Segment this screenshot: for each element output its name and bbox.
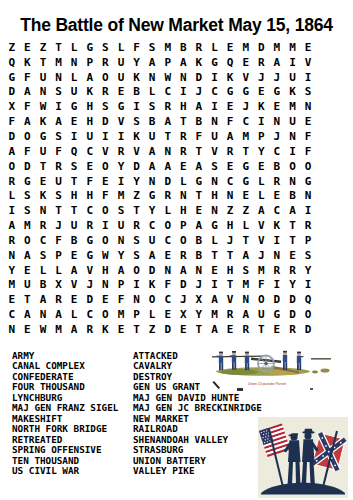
grid-cell-r11c9[interactable]: Z xyxy=(129,188,145,203)
grid-cell-r11c15[interactable]: N xyxy=(222,188,238,203)
grid-cell-r20c17[interactable]: T xyxy=(254,322,270,337)
grid-cell-r11c7[interactable]: F xyxy=(98,188,114,203)
grid-cell-r19c11[interactable]: E xyxy=(160,307,176,322)
grid-cell-r2c1[interactable]: Q xyxy=(4,55,20,70)
grid-cell-r13c19[interactable]: T xyxy=(285,218,301,233)
grid-cell-r14c9[interactable]: S xyxy=(129,233,145,248)
grid-cell-r6c7[interactable]: D xyxy=(98,114,114,129)
grid-cell-r3c16[interactable]: V xyxy=(238,70,254,85)
grid-cell-r11c10[interactable]: G xyxy=(144,188,160,203)
grid-cell-r14c1[interactable]: R xyxy=(4,233,20,248)
grid-cell-r2c5[interactable]: N xyxy=(66,55,82,70)
grid-cell-r7c12[interactable]: R xyxy=(176,129,192,144)
grid-cell-r20c6[interactable]: R xyxy=(82,322,98,337)
grid-cell-r9c3[interactable]: T xyxy=(35,159,51,174)
grid-cell-r2c8[interactable]: U xyxy=(113,55,129,70)
grid-cell-r5c10[interactable]: S xyxy=(144,99,160,114)
grid-cell-r12c19[interactable]: A xyxy=(285,203,301,218)
grid-cell-r10c9[interactable]: Y xyxy=(129,174,145,189)
grid-cell-r19c7[interactable]: O xyxy=(98,307,114,322)
grid-cell-r5c19[interactable]: M xyxy=(285,99,301,114)
grid-cell-r16c15[interactable]: H xyxy=(222,263,238,278)
grid-cell-r2c18[interactable]: A xyxy=(269,55,285,70)
grid-cell-r12c12[interactable]: H xyxy=(176,203,192,218)
grid-cell-r19c17[interactable]: U xyxy=(254,307,270,322)
grid-cell-r6c12[interactable]: T xyxy=(176,114,192,129)
grid-cell-r2c7[interactable]: R xyxy=(98,55,114,70)
grid-cell-r16c9[interactable]: O xyxy=(129,263,145,278)
grid-cell-r4c17[interactable]: E xyxy=(254,85,270,100)
grid-cell-r5c6[interactable]: H xyxy=(82,99,98,114)
grid-cell-r14c8[interactable]: N xyxy=(113,233,129,248)
grid-cell-r20c19[interactable]: R xyxy=(285,322,301,337)
grid-cell-r3c6[interactable]: A xyxy=(82,70,98,85)
grid-cell-r8c8[interactable]: R xyxy=(113,144,129,159)
grid-cell-r7c1[interactable]: D xyxy=(4,129,20,144)
grid-cell-r1c9[interactable]: F xyxy=(129,40,145,55)
grid-cell-r17c12[interactable]: D xyxy=(176,278,192,293)
grid-cell-r19c8[interactable]: M xyxy=(113,307,129,322)
grid-cell-r18c17[interactable]: O xyxy=(254,292,270,307)
grid-cell-r20c14[interactable]: A xyxy=(207,322,223,337)
grid-cell-r5c2[interactable]: F xyxy=(20,99,36,114)
grid-cell-r11c20[interactable]: N xyxy=(300,188,316,203)
grid-cell-r11c6[interactable]: H xyxy=(82,188,98,203)
grid-cell-r11c17[interactable]: L xyxy=(254,188,270,203)
grid-cell-r5c15[interactable]: E xyxy=(222,99,238,114)
grid-cell-r10c17[interactable]: L xyxy=(254,174,270,189)
grid-cell-r4c8[interactable]: E xyxy=(113,85,129,100)
grid-cell-r3c17[interactable]: J xyxy=(254,70,270,85)
grid-cell-r18c19[interactable]: D xyxy=(285,292,301,307)
grid-cell-r11c16[interactable]: E xyxy=(238,188,254,203)
grid-cell-r8c9[interactable]: V xyxy=(129,144,145,159)
grid-cell-r5c8[interactable]: G xyxy=(113,99,129,114)
grid-cell-r3c10[interactable]: N xyxy=(144,70,160,85)
grid-cell-r17c14[interactable]: I xyxy=(207,278,223,293)
grid-cell-r14c3[interactable]: C xyxy=(35,233,51,248)
grid-cell-r4c5[interactable]: U xyxy=(66,85,82,100)
grid-cell-r20c4[interactable]: M xyxy=(51,322,67,337)
grid-cell-r18c2[interactable]: T xyxy=(20,292,36,307)
grid-cell-r16c16[interactable]: S xyxy=(238,263,254,278)
grid-cell-r15c2[interactable]: A xyxy=(20,248,36,263)
grid-cell-r3c18[interactable]: J xyxy=(269,70,285,85)
grid-cell-r3c14[interactable]: I xyxy=(207,70,223,85)
grid-cell-r7c13[interactable]: F xyxy=(191,129,207,144)
grid-cell-r18c14[interactable]: A xyxy=(207,292,223,307)
grid-cell-r8c4[interactable]: F xyxy=(51,144,67,159)
grid-cell-r18c3[interactable]: A xyxy=(35,292,51,307)
grid-cell-r11c11[interactable]: R xyxy=(160,188,176,203)
grid-cell-r12c20[interactable]: I xyxy=(300,203,316,218)
grid-cell-r14c6[interactable]: G xyxy=(82,233,98,248)
grid-cell-r15c6[interactable]: G xyxy=(82,248,98,263)
grid-cell-r19c15[interactable]: R xyxy=(222,307,238,322)
grid-cell-r12c10[interactable]: Y xyxy=(144,203,160,218)
grid-cell-r18c15[interactable]: V xyxy=(222,292,238,307)
grid-cell-r3c19[interactable]: U xyxy=(285,70,301,85)
grid-cell-r14c19[interactable]: T xyxy=(285,233,301,248)
grid-cell-r18c20[interactable]: Q xyxy=(300,292,316,307)
grid-cell-r9c12[interactable]: E xyxy=(176,159,192,174)
grid-cell-r20c12[interactable]: E xyxy=(176,322,192,337)
grid-cell-r3c15[interactable]: K xyxy=(222,70,238,85)
grid-cell-r13c20[interactable]: R xyxy=(300,218,316,233)
grid-cell-r16c10[interactable]: D xyxy=(144,263,160,278)
grid-cell-r15c4[interactable]: P xyxy=(51,248,67,263)
grid-cell-r15c9[interactable]: S xyxy=(129,248,145,263)
grid-cell-r17c8[interactable]: P xyxy=(113,278,129,293)
grid-cell-r8c17[interactable]: Y xyxy=(254,144,270,159)
grid-cell-r2c17[interactable]: R xyxy=(254,55,270,70)
grid-cell-r6c10[interactable]: B xyxy=(144,114,160,129)
grid-cell-r2c13[interactable]: K xyxy=(191,55,207,70)
grid-cell-r17c7[interactable]: N xyxy=(98,278,114,293)
grid-cell-r12c11[interactable]: L xyxy=(160,203,176,218)
grid-cell-r13c8[interactable]: U xyxy=(113,218,129,233)
grid-cell-r15c8[interactable]: Y xyxy=(113,248,129,263)
grid-cell-r13c2[interactable]: M xyxy=(20,218,36,233)
grid-cell-r18c4[interactable]: R xyxy=(51,292,67,307)
grid-cell-r6c8[interactable]: V xyxy=(113,114,129,129)
grid-cell-r13c12[interactable]: P xyxy=(176,218,192,233)
grid-cell-r20c18[interactable]: E xyxy=(269,322,285,337)
grid-cell-r1c13[interactable]: R xyxy=(191,40,207,55)
grid-cell-r6c9[interactable]: S xyxy=(129,114,145,129)
grid-cell-r15c16[interactable]: A xyxy=(238,248,254,263)
grid-cell-r8c16[interactable]: T xyxy=(238,144,254,159)
grid-cell-r7c6[interactable]: U xyxy=(82,129,98,144)
grid-cell-r10c3[interactable]: E xyxy=(35,174,51,189)
grid-cell-r6c16[interactable]: C xyxy=(238,114,254,129)
grid-cell-r9c15[interactable]: E xyxy=(222,159,238,174)
grid-cell-r12c2[interactable]: S xyxy=(20,203,36,218)
grid-cell-r8c6[interactable]: C xyxy=(82,144,98,159)
grid-cell-r1c6[interactable]: G xyxy=(82,40,98,55)
grid-cell-r1c16[interactable]: M xyxy=(238,40,254,55)
grid-cell-r17c19[interactable]: Y xyxy=(285,278,301,293)
grid-cell-r9c16[interactable]: G xyxy=(238,159,254,174)
grid-cell-r14c18[interactable]: I xyxy=(269,233,285,248)
grid-cell-r4c14[interactable]: C xyxy=(207,85,223,100)
grid-cell-r13c16[interactable]: L xyxy=(238,218,254,233)
grid-cell-r2c19[interactable]: I xyxy=(285,55,301,70)
grid-cell-r14c16[interactable]: T xyxy=(238,233,254,248)
grid-cell-r14c13[interactable]: B xyxy=(191,233,207,248)
grid-cell-r8c20[interactable]: F xyxy=(300,144,316,159)
grid-cell-r9c11[interactable]: A xyxy=(160,159,176,174)
grid-cell-r9c17[interactable]: E xyxy=(254,159,270,174)
grid-cell-r1c1[interactable]: Z xyxy=(4,40,20,55)
grid-cell-r2c4[interactable]: M xyxy=(51,55,67,70)
grid-cell-r19c14[interactable]: M xyxy=(207,307,223,322)
grid-cell-r12c13[interactable]: E xyxy=(191,203,207,218)
grid-cell-r17c11[interactable]: F xyxy=(160,278,176,293)
grid-cell-r16c14[interactable]: E xyxy=(207,263,223,278)
grid-cell-r18c1[interactable]: E xyxy=(4,292,20,307)
grid-cell-r1c11[interactable]: M xyxy=(160,40,176,55)
grid-cell-r13c5[interactable]: U xyxy=(66,218,82,233)
grid-cell-r20c20[interactable]: D xyxy=(300,322,316,337)
grid-cell-r6c6[interactable]: H xyxy=(82,114,98,129)
grid-cell-r1c10[interactable]: S xyxy=(144,40,160,55)
grid-cell-r14c15[interactable]: J xyxy=(222,233,238,248)
grid-cell-r2c16[interactable]: E xyxy=(238,55,254,70)
grid-cell-r1c20[interactable]: E xyxy=(300,40,316,55)
grid-cell-r3c3[interactable]: U xyxy=(35,70,51,85)
grid-cell-r12c8[interactable]: S xyxy=(113,203,129,218)
grid-cell-r18c8[interactable]: F xyxy=(113,292,129,307)
grid-cell-r6c5[interactable]: E xyxy=(66,114,82,129)
grid-cell-r9c8[interactable]: Y xyxy=(113,159,129,174)
grid-cell-r12c9[interactable]: T xyxy=(129,203,145,218)
grid-cell-r15c15[interactable]: T xyxy=(222,248,238,263)
grid-cell-r1c14[interactable]: L xyxy=(207,40,223,55)
grid-cell-r11c3[interactable]: K xyxy=(35,188,51,203)
grid-cell-r16c8[interactable]: A xyxy=(113,263,129,278)
grid-cell-r9c5[interactable]: S xyxy=(66,159,82,174)
grid-cell-r15c5[interactable]: E xyxy=(66,248,82,263)
grid-cell-r19c1[interactable]: C xyxy=(4,307,20,322)
grid-cell-r7c15[interactable]: A xyxy=(222,129,238,144)
grid-cell-r3c7[interactable]: O xyxy=(98,70,114,85)
grid-cell-r4c12[interactable]: I xyxy=(176,85,192,100)
grid-cell-r2c2[interactable]: K xyxy=(20,55,36,70)
grid-cell-r14c14[interactable]: L xyxy=(207,233,223,248)
grid-cell-r10c10[interactable]: N xyxy=(144,174,160,189)
grid-cell-r7c7[interactable]: I xyxy=(98,129,114,144)
grid-cell-r10c8[interactable]: I xyxy=(113,174,129,189)
grid-cell-r5c11[interactable]: R xyxy=(160,99,176,114)
grid-cell-r7c10[interactable]: U xyxy=(144,129,160,144)
grid-cell-r5c16[interactable]: J xyxy=(238,99,254,114)
grid-cell-r17c18[interactable]: I xyxy=(269,278,285,293)
grid-cell-r6c4[interactable]: A xyxy=(51,114,67,129)
grid-cell-r6c19[interactable]: U xyxy=(285,114,301,129)
grid-cell-r10c5[interactable]: T xyxy=(66,174,82,189)
grid-cell-r2c15[interactable]: Q xyxy=(222,55,238,70)
grid-cell-r5c18[interactable]: E xyxy=(269,99,285,114)
grid-cell-r14c17[interactable]: V xyxy=(254,233,270,248)
grid-cell-r7c8[interactable]: I xyxy=(113,129,129,144)
grid-cell-r4c20[interactable]: S xyxy=(300,85,316,100)
grid-cell-r7c20[interactable]: F xyxy=(300,129,316,144)
grid-cell-r1c3[interactable]: Z xyxy=(35,40,51,55)
grid-cell-r14c11[interactable]: C xyxy=(160,233,176,248)
grid-cell-r20c2[interactable]: E xyxy=(20,322,36,337)
grid-cell-r20c15[interactable]: E xyxy=(222,322,238,337)
grid-cell-r18c10[interactable]: O xyxy=(144,292,160,307)
grid-cell-r4c9[interactable]: B xyxy=(129,85,145,100)
grid-cell-r20c16[interactable]: R xyxy=(238,322,254,337)
grid-cell-r13c14[interactable]: G xyxy=(207,218,223,233)
grid-cell-r15c12[interactable]: R xyxy=(176,248,192,263)
grid-cell-r20c5[interactable]: A xyxy=(66,322,82,337)
grid-cell-r15c3[interactable]: S xyxy=(35,248,51,263)
grid-cell-r8c19[interactable]: I xyxy=(285,144,301,159)
grid-cell-r9c2[interactable]: D xyxy=(20,159,36,174)
grid-cell-r19c4[interactable]: A xyxy=(51,307,67,322)
grid-cell-r4c16[interactable]: G xyxy=(238,85,254,100)
grid-cell-r20c8[interactable]: E xyxy=(113,322,129,337)
grid-cell-r15c13[interactable]: B xyxy=(191,248,207,263)
grid-cell-r15c1[interactable]: N xyxy=(4,248,20,263)
grid-cell-r17c20[interactable]: I xyxy=(300,278,316,293)
grid-cell-r11c18[interactable]: E xyxy=(269,188,285,203)
grid-cell-r5c5[interactable]: G xyxy=(66,99,82,114)
grid-cell-r19c19[interactable]: D xyxy=(285,307,301,322)
grid-cell-r5c1[interactable]: X xyxy=(4,99,20,114)
grid-cell-r6c3[interactable]: K xyxy=(35,114,51,129)
grid-cell-r10c6[interactable]: F xyxy=(82,174,98,189)
grid-cell-r6c13[interactable]: B xyxy=(191,114,207,129)
grid-cell-r11c14[interactable]: H xyxy=(207,188,223,203)
grid-cell-r7c19[interactable]: N xyxy=(285,129,301,144)
grid-cell-r1c12[interactable]: B xyxy=(176,40,192,55)
grid-cell-r4c1[interactable]: D xyxy=(4,85,20,100)
grid-cell-r11c5[interactable]: H xyxy=(66,188,82,203)
grid-cell-r8c14[interactable]: V xyxy=(207,144,223,159)
grid-cell-r15c19[interactable]: E xyxy=(285,248,301,263)
grid-cell-r18c18[interactable]: D xyxy=(269,292,285,307)
grid-cell-r9c1[interactable]: O xyxy=(4,159,20,174)
grid-cell-r16c3[interactable]: L xyxy=(35,263,51,278)
grid-cell-r6c11[interactable]: A xyxy=(160,114,176,129)
grid-cell-r12c5[interactable]: T xyxy=(66,203,82,218)
grid-cell-r12c15[interactable]: Z xyxy=(222,203,238,218)
grid-cell-r9c7[interactable]: O xyxy=(98,159,114,174)
grid-cell-r12c14[interactable]: N xyxy=(207,203,223,218)
grid-cell-r1c19[interactable]: M xyxy=(285,40,301,55)
grid-cell-r13c7[interactable]: I xyxy=(98,218,114,233)
grid-cell-r5c13[interactable]: A xyxy=(191,99,207,114)
grid-cell-r11c4[interactable]: S xyxy=(51,188,67,203)
grid-cell-r13c15[interactable]: H xyxy=(222,218,238,233)
grid-cell-r10c11[interactable]: D xyxy=(160,174,176,189)
grid-cell-r3c2[interactable]: F xyxy=(20,70,36,85)
grid-cell-r7c11[interactable]: T xyxy=(160,129,176,144)
grid-cell-r18c13[interactable]: X xyxy=(191,292,207,307)
grid-cell-r12c17[interactable]: A xyxy=(254,203,270,218)
grid-cell-r19c10[interactable]: L xyxy=(144,307,160,322)
grid-cell-r16c5[interactable]: A xyxy=(66,263,82,278)
grid-cell-r16c7[interactable]: H xyxy=(98,263,114,278)
grid-cell-r12c7[interactable]: O xyxy=(98,203,114,218)
grid-cell-r4c6[interactable]: K xyxy=(82,85,98,100)
grid-cell-r13c9[interactable]: R xyxy=(129,218,145,233)
grid-cell-r16c6[interactable]: V xyxy=(82,263,98,278)
grid-cell-r7c16[interactable]: M xyxy=(238,129,254,144)
grid-cell-r20c9[interactable]: T xyxy=(129,322,145,337)
grid-cell-r2c12[interactable]: A xyxy=(176,55,192,70)
grid-cell-r9c14[interactable]: S xyxy=(207,159,223,174)
grid-cell-r20c11[interactable]: D xyxy=(160,322,176,337)
grid-cell-r3c9[interactable]: K xyxy=(129,70,145,85)
grid-cell-r10c20[interactable]: G xyxy=(300,174,316,189)
grid-cell-r16c17[interactable]: M xyxy=(254,263,270,278)
grid-cell-r5c17[interactable]: K xyxy=(254,99,270,114)
grid-cell-r20c13[interactable]: T xyxy=(191,322,207,337)
grid-cell-r1c17[interactable]: D xyxy=(254,40,270,55)
grid-cell-r13c4[interactable]: J xyxy=(51,218,67,233)
grid-cell-r20c7[interactable]: K xyxy=(98,322,114,337)
grid-cell-r20c3[interactable]: W xyxy=(35,322,51,337)
grid-cell-r17c2[interactable]: U xyxy=(20,278,36,293)
grid-cell-r1c15[interactable]: E xyxy=(222,40,238,55)
grid-cell-r17c4[interactable]: X xyxy=(51,278,67,293)
grid-cell-r7c9[interactable]: K xyxy=(129,129,145,144)
grid-cell-r19c12[interactable]: X xyxy=(176,307,192,322)
grid-cell-r6c17[interactable]: I xyxy=(254,114,270,129)
grid-cell-r1c8[interactable]: L xyxy=(113,40,129,55)
grid-cell-r14c2[interactable]: O xyxy=(20,233,36,248)
grid-cell-r19c5[interactable]: L xyxy=(66,307,82,322)
grid-cell-r17c17[interactable]: F xyxy=(254,278,270,293)
grid-cell-r14c5[interactable]: B xyxy=(66,233,82,248)
grid-cell-r3c11[interactable]: W xyxy=(160,70,176,85)
grid-cell-r2c9[interactable]: Y xyxy=(129,55,145,70)
grid-cell-r10c19[interactable]: N xyxy=(285,174,301,189)
grid-cell-r6c18[interactable]: N xyxy=(269,114,285,129)
grid-cell-r11c12[interactable]: N xyxy=(176,188,192,203)
grid-cell-r18c5[interactable]: E xyxy=(66,292,82,307)
grid-cell-r7c2[interactable]: O xyxy=(20,129,36,144)
grid-cell-r1c4[interactable]: T xyxy=(51,40,67,55)
grid-cell-r9c10[interactable]: A xyxy=(144,159,160,174)
grid-cell-r3c20[interactable]: I xyxy=(300,70,316,85)
grid-cell-r15c7[interactable]: W xyxy=(98,248,114,263)
grid-cell-r15c20[interactable]: S xyxy=(300,248,316,263)
grid-cell-r17c16[interactable]: M xyxy=(238,278,254,293)
grid-cell-r5c20[interactable]: N xyxy=(300,99,316,114)
grid-cell-r3c1[interactable]: G xyxy=(4,70,20,85)
grid-cell-r10c16[interactable]: G xyxy=(238,174,254,189)
grid-cell-r10c13[interactable]: G xyxy=(191,174,207,189)
grid-cell-r10c15[interactable]: C xyxy=(222,174,238,189)
grid-cell-r12c18[interactable]: C xyxy=(269,203,285,218)
grid-cell-r10c1[interactable]: R xyxy=(4,174,20,189)
grid-cell-r4c4[interactable]: S xyxy=(51,85,67,100)
grid-cell-r7c5[interactable]: I xyxy=(66,129,82,144)
grid-cell-r4c18[interactable]: G xyxy=(269,85,285,100)
grid-cell-r7c17[interactable]: P xyxy=(254,129,270,144)
grid-cell-r9c20[interactable]: O xyxy=(300,159,316,174)
grid-cell-r10c14[interactable]: N xyxy=(207,174,223,189)
grid-cell-r11c8[interactable]: M xyxy=(113,188,129,203)
grid-cell-r8c7[interactable]: V xyxy=(98,144,114,159)
grid-cell-r6c14[interactable]: N xyxy=(207,114,223,129)
grid-cell-r17c10[interactable]: K xyxy=(144,278,160,293)
grid-cell-r9c9[interactable]: D xyxy=(129,159,145,174)
grid-cell-r1c5[interactable]: L xyxy=(66,40,82,55)
grid-cell-r10c4[interactable]: U xyxy=(51,174,67,189)
grid-cell-r14c20[interactable]: P xyxy=(300,233,316,248)
grid-cell-r15c10[interactable]: A xyxy=(144,248,160,263)
grid-cell-r16c1[interactable]: Y xyxy=(4,263,20,278)
grid-cell-r3c4[interactable]: N xyxy=(51,70,67,85)
grid-cell-r2c10[interactable]: A xyxy=(144,55,160,70)
grid-cell-r8c11[interactable]: N xyxy=(160,144,176,159)
grid-cell-r19c3[interactable]: N xyxy=(35,307,51,322)
grid-cell-r4c11[interactable]: C xyxy=(160,85,176,100)
grid-cell-r11c19[interactable]: B xyxy=(285,188,301,203)
grid-cell-r13c13[interactable]: A xyxy=(191,218,207,233)
grid-cell-r8c2[interactable]: F xyxy=(20,144,36,159)
grid-cell-r16c13[interactable]: N xyxy=(191,263,207,278)
grid-cell-r13c3[interactable]: R xyxy=(35,218,51,233)
grid-cell-r13c18[interactable]: K xyxy=(269,218,285,233)
